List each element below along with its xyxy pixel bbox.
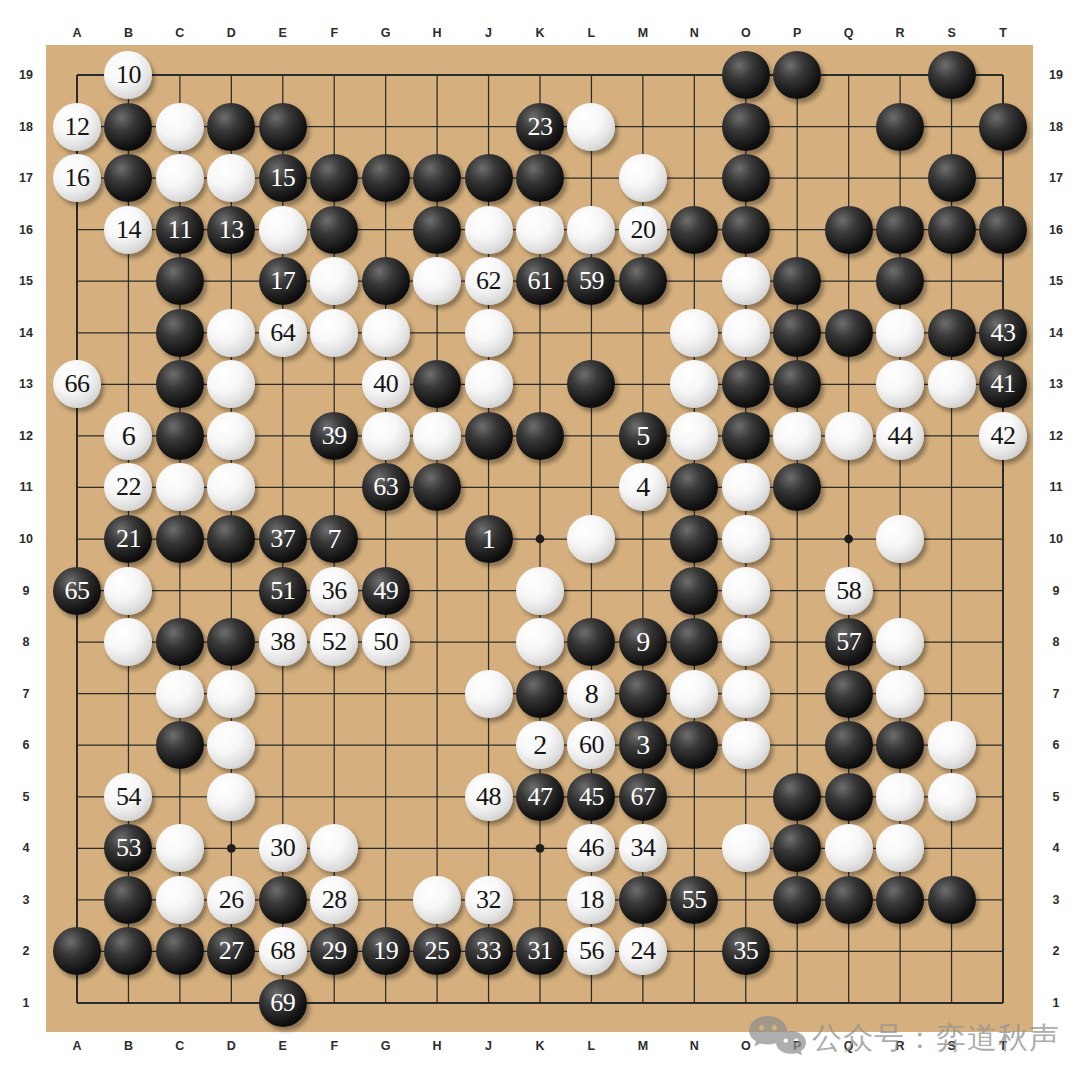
stone-E9: 51	[259, 567, 307, 615]
column-label: L	[588, 1039, 596, 1053]
stone-number: 16	[65, 154, 90, 202]
stone-number: 45	[579, 773, 604, 821]
stone-D5	[207, 773, 255, 821]
star-point	[536, 535, 545, 544]
stone-A18: 12	[53, 103, 101, 151]
stone-C18	[156, 103, 204, 151]
stone-number: 34	[630, 824, 655, 872]
stone-C3	[156, 876, 204, 924]
stone-L7: 8	[567, 670, 615, 718]
stone-C2	[156, 927, 204, 975]
stone-number: 7	[327, 515, 341, 563]
row-label: 4	[23, 841, 30, 855]
row-label: 15	[1049, 274, 1063, 288]
stone-G9: 49	[362, 567, 410, 615]
stone-E8: 38	[259, 618, 307, 666]
stone-G2: 19	[362, 927, 410, 975]
stone-G14	[362, 309, 410, 357]
stone-P19	[773, 51, 821, 99]
stone-number: 50	[373, 618, 398, 666]
stone-B5: 54	[104, 773, 152, 821]
stone-H17	[413, 154, 461, 202]
stone-T16	[979, 206, 1027, 254]
stone-T14: 43	[979, 309, 1027, 357]
stone-R3	[876, 876, 924, 924]
row-label: 19	[1049, 68, 1063, 82]
stone-O6	[722, 721, 770, 769]
stone-number: 43	[990, 309, 1015, 357]
column-label: D	[227, 1039, 236, 1053]
stone-number: 55	[682, 876, 707, 924]
stone-M7	[619, 670, 667, 718]
stone-S5	[928, 773, 976, 821]
stone-Q9: 58	[825, 567, 873, 615]
star-point	[844, 535, 853, 544]
column-label: C	[175, 1039, 184, 1053]
column-label: E	[279, 1039, 287, 1053]
stone-R12: 44	[876, 412, 924, 460]
stone-E18	[259, 103, 307, 151]
stone-L5: 45	[567, 773, 615, 821]
column-label: N	[690, 1039, 699, 1053]
column-label: Q	[844, 26, 854, 40]
row-label: 3	[23, 893, 30, 907]
stone-E15: 17	[259, 257, 307, 305]
row-label: 13	[1049, 377, 1063, 391]
stone-M11: 4	[619, 463, 667, 511]
stone-G13: 40	[362, 360, 410, 408]
stone-Q5	[825, 773, 873, 821]
stone-N3: 55	[670, 876, 718, 924]
stone-D3: 26	[207, 876, 255, 924]
column-label: F	[330, 26, 338, 40]
stone-K18: 23	[516, 103, 564, 151]
stone-S17	[928, 154, 976, 202]
stone-O7	[722, 670, 770, 718]
stone-number: 18	[579, 876, 604, 924]
stone-S13	[928, 360, 976, 408]
stone-number: 40	[373, 360, 398, 408]
stone-J12	[465, 412, 513, 460]
stone-number: 59	[579, 257, 604, 305]
stone-number: 69	[270, 979, 295, 1027]
stone-number: 36	[322, 567, 347, 615]
row-label: 4	[1053, 841, 1060, 855]
stone-R5	[876, 773, 924, 821]
stone-R7	[876, 670, 924, 718]
stone-S3	[928, 876, 976, 924]
stone-number: 52	[322, 618, 347, 666]
stone-number: 10	[116, 51, 141, 99]
stone-G12	[362, 412, 410, 460]
stone-S19	[928, 51, 976, 99]
stone-number: 37	[270, 515, 295, 563]
stone-S6	[928, 721, 976, 769]
stone-number: 68	[270, 927, 295, 975]
stone-R10	[876, 515, 924, 563]
stone-number: 57	[836, 618, 861, 666]
stone-C17	[156, 154, 204, 202]
stone-L18	[567, 103, 615, 151]
stone-E2: 68	[259, 927, 307, 975]
stone-number: 29	[322, 927, 347, 975]
stone-number: 30	[270, 824, 295, 872]
stone-number: 24	[630, 927, 655, 975]
column-label: G	[381, 1039, 391, 1053]
column-label: R	[896, 26, 905, 40]
stone-number: 28	[322, 876, 347, 924]
row-label: 5	[23, 790, 30, 804]
column-label: F	[330, 1039, 338, 1053]
stone-O13	[722, 360, 770, 408]
stone-M16: 20	[619, 206, 667, 254]
go-diagram: 1012231615141113201762615964436640416395…	[0, 0, 1080, 1080]
stone-Q14	[825, 309, 873, 357]
row-label: 16	[19, 223, 33, 237]
row-label: 18	[19, 120, 33, 134]
stone-M4: 34	[619, 824, 667, 872]
stone-K8	[516, 618, 564, 666]
stone-number: 38	[270, 618, 295, 666]
row-label: 15	[19, 274, 33, 288]
stone-F10: 7	[310, 515, 358, 563]
stone-C14	[156, 309, 204, 357]
stone-N12	[670, 412, 718, 460]
stone-K12	[516, 412, 564, 460]
stone-E16	[259, 206, 307, 254]
stone-number: 20	[630, 206, 655, 254]
stone-number: 66	[65, 360, 90, 408]
stone-number: 33	[476, 927, 501, 975]
row-label: 11	[1049, 480, 1062, 494]
stone-number: 60	[579, 721, 604, 769]
stone-number: 63	[373, 463, 398, 511]
stone-J13	[465, 360, 513, 408]
stone-A17: 16	[53, 154, 101, 202]
stone-J14	[465, 309, 513, 357]
star-point	[536, 844, 545, 853]
stone-M12: 5	[619, 412, 667, 460]
stone-F3: 28	[310, 876, 358, 924]
stone-number: 14	[116, 206, 141, 254]
stone-N7	[670, 670, 718, 718]
watermark: 公众号：弈道秋声	[746, 1014, 1060, 1062]
stone-O11	[722, 463, 770, 511]
stone-number: 65	[65, 567, 90, 615]
stone-R18	[876, 103, 924, 151]
stone-R16	[876, 206, 924, 254]
column-label: B	[124, 1039, 133, 1053]
stone-J10: 1	[465, 515, 513, 563]
stone-number: 46	[579, 824, 604, 872]
stone-H12	[413, 412, 461, 460]
stone-P14	[773, 309, 821, 357]
stone-number: 51	[270, 567, 295, 615]
stone-number: 64	[270, 309, 295, 357]
row-label: 17	[19, 171, 33, 185]
stone-F17	[310, 154, 358, 202]
stone-number: 53	[116, 824, 141, 872]
row-label: 2	[23, 944, 30, 958]
stone-C12	[156, 412, 204, 460]
stone-Q8: 57	[825, 618, 873, 666]
row-label: 6	[1053, 738, 1060, 752]
stone-J17	[465, 154, 513, 202]
row-label: 13	[19, 377, 33, 391]
stone-Q3	[825, 876, 873, 924]
column-label: E	[279, 26, 287, 40]
stone-number: 61	[527, 257, 552, 305]
stone-O8	[722, 618, 770, 666]
stone-C15	[156, 257, 204, 305]
stone-K15: 61	[516, 257, 564, 305]
stone-number: 32	[476, 876, 501, 924]
stone-O14	[722, 309, 770, 357]
row-label: 12	[1049, 429, 1063, 443]
stone-F14	[310, 309, 358, 357]
stone-E14: 64	[259, 309, 307, 357]
stone-J5: 48	[465, 773, 513, 821]
stone-C4	[156, 824, 204, 872]
stone-R6	[876, 721, 924, 769]
stone-R14	[876, 309, 924, 357]
column-label: D	[227, 26, 236, 40]
stone-C13	[156, 360, 204, 408]
column-label: P	[793, 26, 801, 40]
stone-number: 1	[482, 515, 496, 563]
stone-H15	[413, 257, 461, 305]
wechat-icon	[746, 1014, 808, 1062]
stone-T18	[979, 103, 1027, 151]
stone-number: 39	[322, 412, 347, 460]
stone-D7	[207, 670, 255, 718]
stone-O15	[722, 257, 770, 305]
column-label: M	[638, 1039, 648, 1053]
stone-M15	[619, 257, 667, 305]
stone-O9	[722, 567, 770, 615]
row-label: 9	[23, 584, 30, 598]
stone-number: 56	[579, 927, 604, 975]
stone-E10: 37	[259, 515, 307, 563]
row-label: 18	[1049, 120, 1063, 134]
stone-G11: 63	[362, 463, 410, 511]
stone-S16	[928, 206, 976, 254]
stone-B9	[104, 567, 152, 615]
stone-number: 58	[836, 567, 861, 615]
column-label: A	[72, 1039, 81, 1053]
column-label: G	[381, 26, 391, 40]
stone-M6: 3	[619, 721, 667, 769]
column-label: A	[72, 26, 81, 40]
stone-P3	[773, 876, 821, 924]
stone-O17	[722, 154, 770, 202]
stone-M5: 67	[619, 773, 667, 821]
column-label: C	[175, 26, 184, 40]
stone-T13: 41	[979, 360, 1027, 408]
stone-B18	[104, 103, 152, 151]
stone-M3	[619, 876, 667, 924]
stone-N10	[670, 515, 718, 563]
column-label: S	[947, 26, 955, 40]
stone-E17: 15	[259, 154, 307, 202]
stone-number: 42	[990, 412, 1015, 460]
stone-N16	[670, 206, 718, 254]
stone-G15	[362, 257, 410, 305]
stone-F8: 52	[310, 618, 358, 666]
stone-A9: 65	[53, 567, 101, 615]
row-label: 1	[1053, 996, 1060, 1010]
column-label: O	[741, 26, 751, 40]
row-label: 7	[23, 687, 30, 701]
stone-E3	[259, 876, 307, 924]
stone-D12	[207, 412, 255, 460]
stone-J16	[465, 206, 513, 254]
stone-M17	[619, 154, 667, 202]
stone-number: 15	[270, 154, 295, 202]
row-label: 17	[1049, 171, 1063, 185]
stone-number: 3	[636, 721, 650, 769]
go-board: 1012231615141113201762615964436640416395…	[46, 45, 1033, 1032]
stone-R8	[876, 618, 924, 666]
column-label: H	[433, 26, 442, 40]
stone-P5	[773, 773, 821, 821]
stone-C16: 11	[156, 206, 204, 254]
row-label: 8	[1053, 635, 1060, 649]
row-label: 14	[1049, 326, 1063, 340]
stone-number: 48	[476, 773, 501, 821]
stone-Q7	[825, 670, 873, 718]
stone-number: 26	[219, 876, 244, 924]
stone-B16: 14	[104, 206, 152, 254]
row-label: 12	[19, 429, 33, 443]
stone-J15: 62	[465, 257, 513, 305]
row-label: 11	[19, 480, 32, 494]
stone-L16	[567, 206, 615, 254]
stone-G8: 50	[362, 618, 410, 666]
column-label: K	[535, 1039, 544, 1053]
stone-number: 54	[116, 773, 141, 821]
stone-P12	[773, 412, 821, 460]
stone-F12: 39	[310, 412, 358, 460]
stone-K6: 2	[516, 721, 564, 769]
row-label: 8	[23, 635, 30, 649]
stone-B12: 6	[104, 412, 152, 460]
stone-number: 21	[116, 515, 141, 563]
row-label: 6	[23, 738, 30, 752]
row-label: 14	[19, 326, 33, 340]
stone-O2: 35	[722, 927, 770, 975]
row-label: 2	[1053, 944, 1060, 958]
row-label: 7	[1053, 687, 1060, 701]
stone-F9: 36	[310, 567, 358, 615]
stone-Q16	[825, 206, 873, 254]
row-label: 10	[1049, 532, 1063, 546]
column-label: M	[638, 26, 648, 40]
stone-T12: 42	[979, 412, 1027, 460]
stone-number: 12	[65, 103, 90, 151]
stone-G17	[362, 154, 410, 202]
stone-number: 17	[270, 257, 295, 305]
stone-K17	[516, 154, 564, 202]
stone-K9	[516, 567, 564, 615]
stone-N9	[670, 567, 718, 615]
stone-D18	[207, 103, 255, 151]
stone-number: 67	[630, 773, 655, 821]
row-label: 9	[1053, 584, 1060, 598]
stone-O12	[722, 412, 770, 460]
stone-number: 25	[425, 927, 450, 975]
row-label: 10	[19, 532, 33, 546]
stone-J3: 32	[465, 876, 513, 924]
stone-O18	[722, 103, 770, 151]
stone-H3	[413, 876, 461, 924]
stone-O19	[722, 51, 770, 99]
stone-J7	[465, 670, 513, 718]
stone-number: 35	[733, 927, 758, 975]
stone-number: 44	[888, 412, 913, 460]
stone-F16	[310, 206, 358, 254]
stone-C11	[156, 463, 204, 511]
stone-N14	[670, 309, 718, 357]
column-label: B	[124, 26, 133, 40]
stone-number: 49	[373, 567, 398, 615]
stone-O4	[722, 824, 770, 872]
row-label: 3	[1053, 893, 1060, 907]
stone-number: 47	[527, 773, 552, 821]
stone-Q12	[825, 412, 873, 460]
stone-number: 13	[219, 206, 244, 254]
stone-number: 5	[636, 412, 650, 460]
stone-number: 23	[527, 103, 552, 151]
stone-J2: 33	[465, 927, 513, 975]
stone-K16	[516, 206, 564, 254]
column-label: J	[485, 26, 492, 40]
column-label: K	[535, 26, 544, 40]
stone-C8	[156, 618, 204, 666]
row-label: 5	[1053, 790, 1060, 804]
stone-number: 27	[219, 927, 244, 975]
stone-number: 22	[116, 463, 141, 511]
star-point	[227, 844, 236, 853]
stone-K7	[516, 670, 564, 718]
stone-R15	[876, 257, 924, 305]
row-label: 19	[19, 68, 33, 82]
stone-E1: 69	[259, 979, 307, 1027]
stone-Q6	[825, 721, 873, 769]
stone-C6	[156, 721, 204, 769]
stone-C7	[156, 670, 204, 718]
column-label: N	[690, 26, 699, 40]
stone-C10	[156, 515, 204, 563]
stone-number: 62	[476, 257, 501, 305]
stone-number: 19	[373, 927, 398, 975]
watermark-text: 公众号：弈道秋声	[812, 1018, 1060, 1059]
stone-number: 11	[168, 206, 192, 254]
stone-M8: 9	[619, 618, 667, 666]
stone-K5: 47	[516, 773, 564, 821]
stone-number: 6	[122, 412, 136, 460]
stone-L3: 18	[567, 876, 615, 924]
stone-D14	[207, 309, 255, 357]
stone-Q4	[825, 824, 873, 872]
stone-O16	[722, 206, 770, 254]
stone-number: 8	[585, 670, 599, 718]
stone-number: 9	[636, 618, 650, 666]
stone-H16	[413, 206, 461, 254]
stone-O10	[722, 515, 770, 563]
stone-M2: 24	[619, 927, 667, 975]
stone-S14	[928, 309, 976, 357]
